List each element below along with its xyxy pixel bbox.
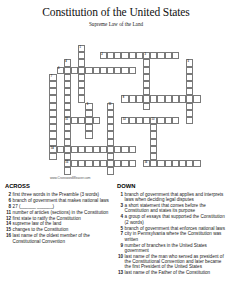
cell-number: 13	[152, 118, 155, 121]
grid-cell[interactable]	[121, 67, 128, 74]
grid-cell[interactable]	[143, 67, 150, 74]
grid-cell[interactable]	[64, 95, 71, 102]
clue-text: branch of government that applies and in…	[125, 192, 228, 203]
grid-cell[interactable]	[107, 124, 114, 131]
grid-cell[interactable]	[186, 95, 193, 102]
grid-cell[interactable]	[93, 160, 100, 167]
grid-cell[interactable]	[107, 131, 114, 138]
grid-cell[interactable]	[143, 117, 150, 124]
grid-cell[interactable]	[143, 88, 150, 95]
clue-number: 5	[117, 226, 123, 231]
clue-item: 9number of branches in the United States…	[117, 243, 228, 254]
clue-text: changes to the Constitution	[13, 227, 112, 232]
grid-cell[interactable]	[165, 117, 172, 124]
grid-cell[interactable]	[49, 139, 56, 146]
grid-cell[interactable]	[85, 160, 92, 167]
grid-cell[interactable]	[150, 131, 157, 138]
grid-cell[interactable]	[136, 52, 143, 59]
grid-cell[interactable]	[143, 74, 150, 81]
page-title: Constitution of the United States	[0, 6, 232, 18]
grid-cell[interactable]	[49, 81, 56, 88]
grid-cell[interactable]	[150, 95, 157, 102]
clue-text: branch of government that enforces natio…	[125, 226, 228, 231]
grid-cell[interactable]	[49, 131, 56, 138]
grid-cell[interactable]	[157, 52, 164, 59]
grid-cell[interactable]	[78, 81, 85, 88]
grid-cell[interactable]	[71, 67, 78, 74]
grid-cell[interactable]	[114, 52, 121, 59]
page-subtitle: Supreme Law of the Land	[0, 21, 232, 27]
grid-cell[interactable]	[49, 103, 56, 110]
clue-text: number of branches in the United States …	[125, 243, 228, 254]
grid-cell[interactable]	[93, 67, 100, 74]
grid-cell[interactable]	[49, 95, 56, 102]
grid-cell[interactable]	[64, 124, 71, 131]
down-clues: DOWN 1branch of government that applies …	[117, 183, 228, 276]
grid-cell[interactable]	[150, 52, 157, 59]
grid-cell[interactable]	[78, 67, 85, 74]
grid-cell[interactable]	[49, 117, 56, 124]
grid-cell[interactable]	[165, 160, 172, 167]
grid-cell[interactable]	[143, 59, 150, 66]
grid-cell[interactable]: 10	[107, 103, 114, 110]
across-heading: ACROSS	[5, 183, 112, 189]
clue-number: 13	[117, 270, 123, 275]
grid-cell[interactable]	[71, 117, 78, 124]
grid-cell[interactable]: 12	[121, 117, 128, 124]
grid-cell[interactable]	[93, 146, 100, 153]
grid-cell[interactable]	[64, 67, 71, 74]
grid-cell[interactable]	[129, 52, 136, 59]
grid-cell[interactable]: 8	[121, 95, 128, 102]
grid-cell[interactable]: 9	[85, 103, 92, 110]
grid-cell[interactable]	[157, 160, 164, 167]
clue-item: 7city in Pennsylvania where the Constitu…	[117, 231, 228, 242]
grid-cell[interactable]	[179, 160, 186, 167]
grid-cell[interactable]: 1	[78, 45, 85, 52]
grid-cell[interactable]: 6	[57, 67, 64, 74]
clue-item: 11number of articles (sections) in the C…	[5, 210, 112, 215]
grid-cell[interactable]	[71, 160, 78, 167]
credit-line: www.CrosswordWeaver.com	[50, 176, 91, 180]
clue-number: 15	[5, 227, 11, 232]
clue-item: 5branch of government that enforces nati…	[117, 226, 228, 231]
grid-cell[interactable]	[78, 52, 85, 59]
grid-cell[interactable]	[78, 88, 85, 95]
clue-text: number of articles (sections) in the Con…	[13, 210, 112, 215]
grid-cell[interactable]: 15	[64, 160, 71, 167]
grid-cell[interactable]: 2	[100, 52, 107, 59]
clue-text: 27 (______ ______)	[13, 204, 112, 209]
grid-cell[interactable]	[85, 131, 92, 138]
cell-number: 9	[87, 103, 88, 106]
clue-text: last name of the oldest member of the Co…	[13, 233, 112, 244]
clue-text: branch of government that makes national…	[13, 198, 112, 203]
grid-cell[interactable]	[85, 110, 92, 117]
grid-cell[interactable]	[64, 110, 71, 117]
grid-cell[interactable]	[136, 95, 143, 102]
grid-cell[interactable]	[172, 160, 179, 167]
grid-cell[interactable]	[85, 117, 92, 124]
clue-number: 10	[117, 254, 123, 270]
cell-number: 16	[144, 161, 147, 164]
grid-cell[interactable]	[186, 103, 193, 110]
grid-cell[interactable]	[193, 95, 200, 102]
clue-item: 12first state to ratify the Constitution	[5, 216, 112, 221]
cell-number: 7	[51, 75, 52, 78]
grid-cell[interactable]	[107, 117, 114, 124]
grid-cell[interactable]	[49, 110, 56, 117]
clue-item: 14supreme law of the land	[5, 221, 112, 226]
clue-number: 6	[5, 198, 11, 203]
clue-number: 1	[117, 192, 123, 203]
cell-number: 14	[51, 147, 54, 150]
grid-cell[interactable]	[121, 52, 128, 59]
grid-cell[interactable]	[107, 52, 114, 59]
grid-cell[interactable]	[78, 59, 85, 66]
grid-cell[interactable]	[85, 124, 92, 131]
grid-cell[interactable]	[186, 110, 193, 117]
grid-cell[interactable]	[186, 160, 193, 167]
grid-cell[interactable]	[78, 146, 85, 153]
grid-cell[interactable]	[172, 95, 179, 102]
grid-cell[interactable]	[107, 110, 114, 117]
grid-cell[interactable]	[107, 160, 114, 167]
grid-cell[interactable]	[114, 160, 121, 167]
grid-cell[interactable]: 14	[49, 146, 56, 153]
grid-cell[interactable]: 5	[186, 59, 193, 66]
grid-cell[interactable]	[129, 160, 136, 167]
clue-number: 16	[5, 233, 11, 244]
grid-cell[interactable]	[107, 153, 114, 160]
grid-cell[interactable]	[186, 81, 193, 88]
grid-cell[interactable]	[186, 117, 193, 124]
grid-cell[interactable]	[64, 146, 71, 153]
grid-cell[interactable]	[64, 153, 71, 160]
cell-number: 11	[65, 118, 68, 121]
grid-cell[interactable]	[93, 117, 100, 124]
clue-item: 13last name of the Father of the Constit…	[117, 270, 228, 275]
grid-cell[interactable]	[64, 131, 71, 138]
grid-cell[interactable]	[85, 67, 92, 74]
grid-cell[interactable]: 13	[150, 117, 157, 124]
clue-item: 10last name of the man who served as pre…	[117, 254, 228, 270]
grid-cell[interactable]	[157, 95, 164, 102]
grid-cell[interactable]	[100, 146, 107, 153]
grid-cell[interactable]	[186, 88, 193, 95]
grid-cell[interactable]	[107, 139, 114, 146]
clue-number: 4	[117, 214, 123, 225]
clue-text: last name of the man who served as presi…	[125, 254, 228, 270]
grid-cell[interactable]	[100, 67, 107, 74]
across-clues: ACROSS 2first three words in the Preambl…	[5, 183, 112, 244]
clue-text: a short statement that comes before the …	[125, 203, 228, 214]
clue-number: 8	[5, 204, 11, 209]
grid-cell[interactable]	[71, 146, 78, 153]
clue-text: last name of the Father of the Constitut…	[125, 270, 228, 275]
grid-cell[interactable]	[107, 167, 114, 174]
crossword-grid: 12345678910111213141516	[35, 45, 208, 175]
clue-text: supreme law of the land	[13, 221, 112, 226]
grid-cell[interactable]	[150, 146, 157, 153]
grid-cell[interactable]	[85, 146, 92, 153]
cell-number: 3	[144, 53, 145, 56]
clue-number: 3	[117, 203, 123, 214]
cell-number: 10	[108, 103, 111, 106]
clue-number: 7	[117, 231, 123, 242]
across-clue-list: 2first three words in the Preamble (3 wo…	[5, 192, 112, 244]
cell-number: 4	[65, 60, 66, 63]
grid-cell[interactable]	[64, 139, 71, 146]
grid-cell[interactable]	[172, 52, 179, 59]
grid-cell[interactable]	[179, 95, 186, 102]
clue-item: 827 (______ ______)	[5, 204, 112, 209]
grid-cell[interactable]	[64, 81, 71, 88]
grid-cell[interactable]	[114, 67, 121, 74]
clue-number: 9	[117, 243, 123, 254]
grid-cell[interactable]	[165, 95, 172, 102]
cell-number: 6	[58, 67, 59, 70]
grid-cell[interactable]	[49, 124, 56, 131]
grid-cell[interactable]	[64, 103, 71, 110]
cell-number: 1	[80, 46, 81, 49]
grid-cell[interactable]	[121, 146, 128, 153]
grid-cell[interactable]	[100, 160, 107, 167]
grid-cell[interactable]	[49, 153, 56, 160]
clue-number: 2	[5, 192, 11, 197]
grid-cell[interactable]	[129, 67, 136, 74]
grid-cell[interactable]	[129, 146, 136, 153]
grid-cell[interactable]	[150, 160, 157, 167]
clue-item: 3a short statement that comes before the…	[117, 203, 228, 214]
cell-number: 12	[123, 118, 126, 121]
clue-number: 12	[5, 216, 11, 221]
clue-item: 6branch of government that makes nationa…	[5, 198, 112, 203]
grid-cell[interactable]	[186, 67, 193, 74]
grid-cell[interactable]	[57, 146, 64, 153]
down-clue-list: 1branch of government that applies and i…	[117, 192, 228, 276]
clue-text: first three words in the Preamble (3 wor…	[13, 192, 112, 197]
grid-cell[interactable]	[64, 167, 71, 174]
cell-number: 2	[101, 53, 102, 56]
grid-cell[interactable]	[114, 146, 121, 153]
grid-cell[interactable]: 11	[64, 117, 71, 124]
grid-cell[interactable]	[78, 160, 85, 167]
clue-number: 11	[5, 210, 11, 215]
grid-cell[interactable]	[143, 81, 150, 88]
clue-number: 14	[5, 221, 11, 226]
cell-number: 15	[65, 161, 68, 164]
clue-item: 16last name of the oldest member of the …	[5, 233, 112, 244]
grid-cell[interactable]	[129, 117, 136, 124]
clue-item: 1branch of government that applies and i…	[117, 192, 228, 203]
grid-cell[interactable]	[121, 160, 128, 167]
clue-item: 4a group of essays that supported the Co…	[117, 214, 228, 225]
grid-cell[interactable]	[78, 74, 85, 81]
grid-cell[interactable]	[129, 95, 136, 102]
grid-cell[interactable]	[150, 139, 157, 146]
grid-cell[interactable]	[143, 95, 150, 102]
grid-cell[interactable]	[64, 88, 71, 95]
grid-cell[interactable]	[136, 117, 143, 124]
grid-cell[interactable]: 7	[49, 74, 56, 81]
clue-text: city in Pennsylvania where the Constitut…	[125, 231, 228, 242]
grid-cell[interactable]	[193, 160, 200, 167]
grid-cell[interactable]	[78, 117, 85, 124]
grid-cell[interactable]	[186, 74, 193, 81]
grid-cell[interactable]	[157, 117, 164, 124]
grid-cell[interactable]: 16	[143, 160, 150, 167]
clue-item: 15changes to the Constitution	[5, 227, 112, 232]
grid-cell[interactable]	[143, 103, 150, 110]
grid-cell[interactable]: 4	[64, 59, 71, 66]
clue-text: first state to ratify the Constitution	[13, 216, 112, 221]
grid-cell[interactable]	[107, 146, 114, 153]
grid-cell[interactable]	[64, 74, 71, 81]
clue-text: a group of essays that supported the Con…	[125, 214, 228, 225]
grid-cell[interactable]	[150, 124, 157, 131]
clue-item: 2first three words in the Preamble (3 wo…	[5, 192, 112, 197]
down-heading: DOWN	[117, 183, 228, 189]
grid-cell[interactable]	[78, 95, 85, 102]
grid-cell[interactable]	[150, 153, 157, 160]
cell-number: 8	[123, 96, 124, 99]
grid-cell[interactable]	[49, 88, 56, 95]
grid-cell[interactable]	[107, 67, 114, 74]
grid-cell[interactable]: 3	[143, 52, 150, 59]
grid-cell[interactable]	[172, 117, 179, 124]
cell-number: 5	[188, 60, 189, 63]
grid-cell[interactable]	[165, 52, 172, 59]
